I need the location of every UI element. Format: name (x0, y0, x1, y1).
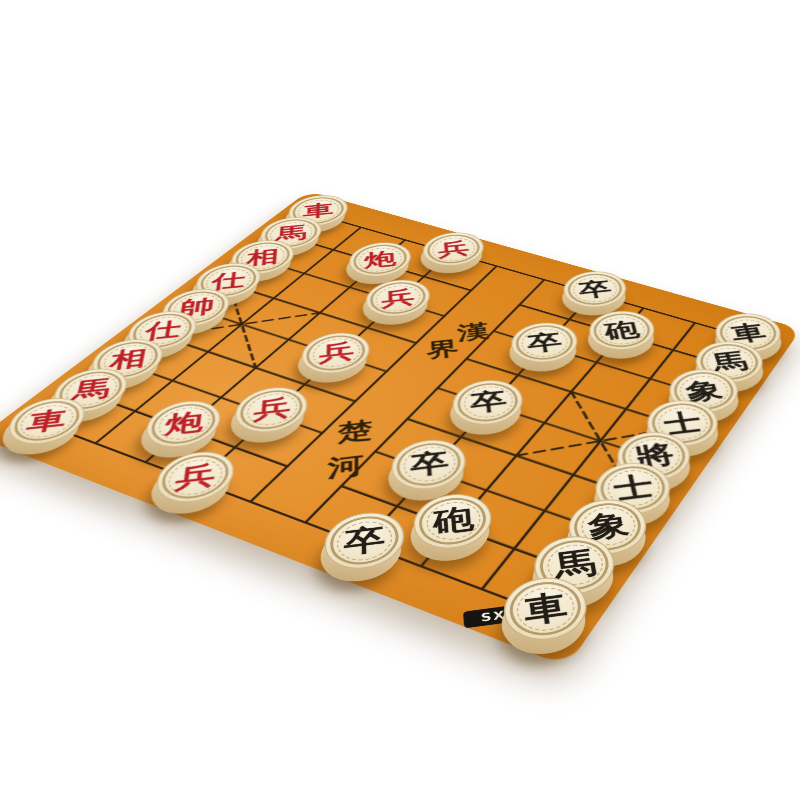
piece-character: 仕 (143, 319, 182, 342)
piece-character: 兵 (318, 340, 354, 364)
xiangqi-board: 漢 界 楚 河 SX 車馬相仕帥仕相馬車炮炮兵兵兵兵兵卒卒卒卒卒砲砲車馬象士將士… (47, 215, 748, 613)
piece-character: 馬 (69, 377, 112, 403)
piece-character: 車 (522, 590, 569, 627)
piece-character: 卒 (344, 523, 386, 557)
piece-character: 馬 (552, 547, 598, 582)
piece-character: 車 (302, 201, 333, 219)
piece-character: 相 (107, 347, 148, 372)
piece-character: 卒 (409, 449, 449, 479)
piece-character: 車 (24, 407, 69, 435)
piece-character: 馬 (275, 224, 308, 243)
piece-character: 卒 (526, 331, 564, 355)
piece-character: 兵 (252, 396, 291, 423)
piece-character: 仕 (210, 270, 246, 291)
product-photo-scene: 漢 界 楚 河 SX 車馬相仕帥仕相馬車炮炮兵兵兵兵兵卒卒卒卒卒砲砲車馬象士將士… (0, 0, 800, 800)
piece-character: 砲 (432, 505, 474, 538)
piece-character: 兵 (437, 239, 470, 259)
piece-character: 卒 (577, 278, 614, 300)
piece-character: 炮 (163, 410, 205, 438)
piece-character: 卒 (469, 388, 508, 415)
piece-character: 砲 (603, 319, 641, 342)
piece-character: 兵 (381, 287, 415, 309)
piece-character: 士 (611, 472, 655, 503)
piece-character: 炮 (364, 249, 397, 269)
piece-character: 兵 (174, 461, 217, 491)
piece-character: 相 (245, 247, 279, 267)
